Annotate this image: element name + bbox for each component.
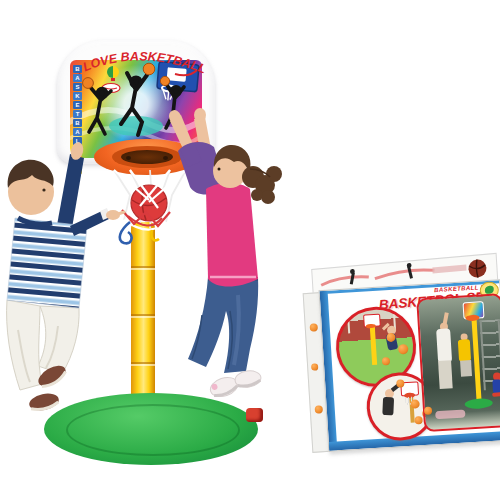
product-photo: I LOVE BASKETBALL B A S K E T B A L L [0,0,500,500]
girl-hand [194,108,206,122]
mascot-icon [492,392,500,397]
mini-kid-body [382,397,394,415]
backboard-letter-tile: K [73,92,82,100]
basketball-icon [414,416,422,424]
backboard-title: I LOVE BASKETBALL [74,49,208,77]
boy-raised-arm [57,154,84,228]
mini-base [464,398,493,410]
backboard-letter-tile: E [73,101,82,109]
fence-post [347,315,350,333]
backboard-letter-tile: T [73,110,82,118]
mini-pole [370,323,378,365]
mini-kid-body [436,328,452,363]
svg-text:I LOVE BASKETBALL: I LOVE BASKETBALL [74,49,208,77]
mini-rim [465,314,479,321]
mini-kid-body [458,339,471,362]
backboard-letter-tile: A [73,74,82,82]
ground-detail [435,410,465,420]
girl-eye [218,168,221,171]
basketball-icon [310,323,318,331]
boy-figure [0,130,140,420]
boy-eye [42,188,45,191]
girl-figure [160,105,300,425]
backboard-letter-tile: S [73,83,82,91]
backboard-letter-tile: B [73,119,82,127]
yellow-cord [151,230,159,240]
girl-top [206,183,258,287]
backboard-letter-tile: B [73,65,82,73]
basketball-icon [315,405,323,413]
mini-kid-legs [438,360,453,389]
basketball-icon [311,363,318,370]
boy-shoe [28,391,61,413]
girl-shoe [234,369,262,388]
mini-kid-legs [460,360,472,377]
retail-box: BASKETBALL SET BASKETBOL SETİ 03-398 [301,251,500,461]
girl-jeans [188,277,258,373]
box-front-face: BASKETBALL SET BASKETBOL SETİ 03-398 [318,279,500,452]
